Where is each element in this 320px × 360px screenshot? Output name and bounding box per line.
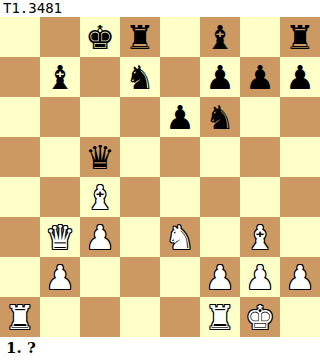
square-e7[interactable]: [160, 57, 200, 97]
square-g8[interactable]: [240, 17, 280, 57]
black-rook-icon: ♜: [125, 21, 155, 54]
black-king-icon: ♚: [85, 21, 115, 54]
square-e5[interactable]: [160, 137, 200, 177]
square-d3[interactable]: [120, 217, 160, 257]
white-bishop-icon: ♝: [245, 221, 275, 254]
square-c4[interactable]: ♝: [80, 177, 120, 217]
square-a1[interactable]: ♜: [0, 297, 40, 337]
square-c2[interactable]: [80, 257, 120, 297]
chess-diagram-window: T1.3481 ♚♜♝♜♝♞♟♟♟♟♞♛♝♛♟♞♝♟♟♟♟♜♜♚ 1. ?: [0, 0, 320, 360]
square-d2[interactable]: [120, 257, 160, 297]
square-f6[interactable]: ♞: [200, 97, 240, 137]
square-b5[interactable]: [40, 137, 80, 177]
black-knight-icon: ♞: [205, 101, 235, 134]
chess-board: ♚♜♝♜♝♞♟♟♟♟♞♛♝♛♟♞♝♟♟♟♟♜♜♚: [0, 17, 320, 337]
square-b3[interactable]: ♛: [40, 217, 80, 257]
square-b1[interactable]: [40, 297, 80, 337]
square-d5[interactable]: [120, 137, 160, 177]
square-h8[interactable]: ♜: [280, 17, 320, 57]
square-c5[interactable]: ♛: [80, 137, 120, 177]
square-f1[interactable]: ♜: [200, 297, 240, 337]
square-f3[interactable]: [200, 217, 240, 257]
square-b4[interactable]: [40, 177, 80, 217]
white-pawn-icon: ♟: [45, 261, 75, 294]
square-a6[interactable]: [0, 97, 40, 137]
square-h5[interactable]: [280, 137, 320, 177]
white-king-icon: ♚: [245, 301, 275, 334]
black-bishop-icon: ♝: [45, 61, 75, 94]
black-queen-icon: ♛: [85, 141, 115, 174]
square-b8[interactable]: [40, 17, 80, 57]
square-h4[interactable]: [280, 177, 320, 217]
white-pawn-icon: ♟: [205, 261, 235, 294]
square-e1[interactable]: [160, 297, 200, 337]
black-pawn-icon: ♟: [165, 101, 195, 134]
square-h1[interactable]: [280, 297, 320, 337]
square-d4[interactable]: [120, 177, 160, 217]
square-a5[interactable]: [0, 137, 40, 177]
square-g6[interactable]: [240, 97, 280, 137]
square-e4[interactable]: [160, 177, 200, 217]
black-rook-icon: ♜: [285, 21, 315, 54]
square-e6[interactable]: ♟: [160, 97, 200, 137]
square-g4[interactable]: [240, 177, 280, 217]
square-c8[interactable]: ♚: [80, 17, 120, 57]
black-knight-icon: ♞: [125, 61, 155, 94]
square-b6[interactable]: [40, 97, 80, 137]
move-prompt: 1. ?: [6, 340, 36, 357]
square-a7[interactable]: [0, 57, 40, 97]
square-a4[interactable]: [0, 177, 40, 217]
white-knight-icon: ♞: [165, 221, 195, 254]
square-a2[interactable]: [0, 257, 40, 297]
white-bishop-icon: ♝: [85, 181, 115, 214]
square-f2[interactable]: ♟: [200, 257, 240, 297]
black-pawn-icon: ♟: [245, 61, 275, 94]
square-d6[interactable]: [120, 97, 160, 137]
square-g5[interactable]: [240, 137, 280, 177]
square-g2[interactable]: ♟: [240, 257, 280, 297]
square-d8[interactable]: ♜: [120, 17, 160, 57]
white-queen-icon: ♛: [45, 221, 75, 254]
white-rook-icon: ♜: [5, 301, 35, 334]
square-g3[interactable]: ♝: [240, 217, 280, 257]
square-g7[interactable]: ♟: [240, 57, 280, 97]
square-h2[interactable]: ♟: [280, 257, 320, 297]
white-pawn-icon: ♟: [245, 261, 275, 294]
white-pawn-icon: ♟: [285, 261, 315, 294]
black-pawn-icon: ♟: [285, 61, 315, 94]
square-e2[interactable]: [160, 257, 200, 297]
square-b2[interactable]: ♟: [40, 257, 80, 297]
square-d1[interactable]: [120, 297, 160, 337]
white-rook-icon: ♜: [205, 301, 235, 334]
square-c7[interactable]: [80, 57, 120, 97]
square-b7[interactable]: ♝: [40, 57, 80, 97]
white-pawn-icon: ♟: [85, 221, 115, 254]
black-bishop-icon: ♝: [205, 21, 235, 54]
diagram-title: T1.3481: [3, 0, 62, 16]
square-e3[interactable]: ♞: [160, 217, 200, 257]
square-d7[interactable]: ♞: [120, 57, 160, 97]
square-e8[interactable]: [160, 17, 200, 57]
square-f7[interactable]: ♟: [200, 57, 240, 97]
square-h6[interactable]: [280, 97, 320, 137]
square-h7[interactable]: ♟: [280, 57, 320, 97]
square-g1[interactable]: ♚: [240, 297, 280, 337]
square-f8[interactable]: ♝: [200, 17, 240, 57]
square-f4[interactable]: [200, 177, 240, 217]
square-h3[interactable]: [280, 217, 320, 257]
black-pawn-icon: ♟: [205, 61, 235, 94]
square-c6[interactable]: [80, 97, 120, 137]
square-c1[interactable]: [80, 297, 120, 337]
square-a3[interactable]: [0, 217, 40, 257]
square-a8[interactable]: [0, 17, 40, 57]
square-f5[interactable]: [200, 137, 240, 177]
square-c3[interactable]: ♟: [80, 217, 120, 257]
